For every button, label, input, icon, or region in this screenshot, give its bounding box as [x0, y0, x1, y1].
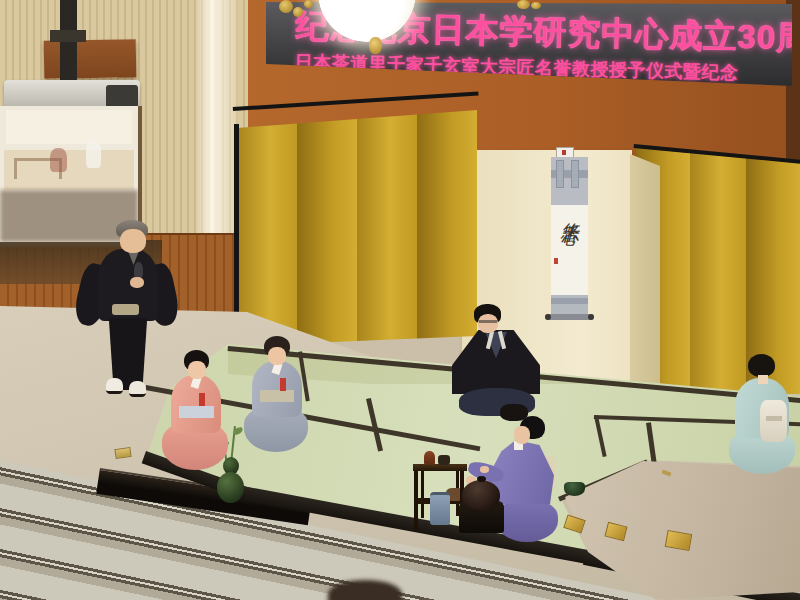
wall-speaker-box	[44, 39, 137, 79]
projector-lens-block	[106, 85, 138, 108]
guest-blue-kimono	[726, 354, 800, 474]
black-hair	[748, 354, 775, 377]
kimono-skirt	[496, 500, 558, 542]
chandelier-ornament	[279, 0, 293, 13]
face	[120, 229, 146, 253]
face	[478, 314, 498, 333]
scroll-brocade-band	[551, 298, 588, 304]
white-obi-bow	[760, 400, 787, 442]
face	[514, 426, 530, 444]
chandelier-ornament	[531, 2, 541, 9]
tana-leg	[414, 470, 418, 530]
scroll-futai-strip	[556, 160, 564, 188]
kettle-lid-knob	[477, 476, 486, 482]
hand	[130, 277, 144, 288]
glasses	[479, 320, 497, 323]
projected-figure	[50, 148, 67, 172]
scroll-red-seal	[554, 258, 558, 264]
microphone	[134, 262, 143, 278]
chandelier-ornament	[293, 7, 303, 17]
white-tabi-foot	[129, 381, 146, 397]
tana-top-board	[413, 464, 467, 471]
guest-pink-kimono	[158, 350, 236, 472]
white-tabi-foot	[106, 378, 123, 394]
tea-caddy	[424, 451, 435, 465]
tana-utensil	[438, 455, 450, 465]
host-black-kimono	[444, 304, 548, 420]
chandelier-ornament	[304, 0, 313, 8]
projector-bracket	[50, 30, 86, 42]
audience-head	[328, 580, 402, 600]
display-panel-side	[630, 154, 660, 394]
gourd-vase	[217, 472, 244, 503]
projected-image-wall	[6, 110, 132, 144]
lamp-gold-finial	[369, 37, 382, 54]
pillar-highlight	[194, 0, 238, 240]
tea-ceremony-photo: 纪念北京日本学研究中心成立30周 日本茶道里千家千玄室大宗匠名誉教授授予仪式暨纪…	[0, 0, 800, 600]
scroll-futai-strip	[571, 160, 579, 188]
blue-water-jar	[430, 492, 450, 525]
face	[188, 361, 206, 379]
guest-gray-kimono	[240, 336, 316, 454]
green-tea-bowl	[564, 482, 585, 496]
tana-leg	[421, 468, 424, 518]
red-fukusa	[199, 393, 205, 406]
gold-folding-screen-left	[237, 110, 477, 350]
projector-mount-pole	[60, 0, 77, 86]
face	[268, 347, 286, 365]
projected-figure	[86, 140, 101, 168]
obi-belt	[112, 304, 139, 315]
scroll-roller-rod	[545, 314, 594, 320]
nape	[758, 375, 768, 384]
obi-belt	[179, 406, 214, 418]
red-fukusa	[280, 378, 286, 391]
obi-belt	[260, 390, 294, 402]
chandelier-ornament	[517, 0, 530, 9]
iron-kettle	[462, 480, 500, 510]
hand	[480, 466, 489, 473]
obi-knot	[766, 416, 782, 421]
scroll-calligraphy: 悠千古心	[558, 209, 582, 293]
